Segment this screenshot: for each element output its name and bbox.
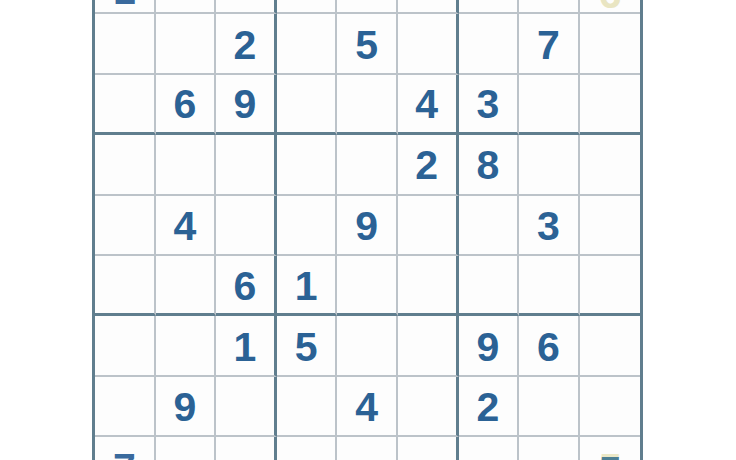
cell-r1c3[interactable] [277, 14, 338, 74]
cell-r3c6[interactable]: 8 [459, 135, 520, 195]
cell-r2c6[interactable]: 3 [459, 75, 520, 135]
cell-r5c4[interactable] [337, 256, 398, 316]
cell-r5c5[interactable] [398, 256, 459, 316]
given-digit: 5 [355, 22, 378, 66]
cell-r2c8[interactable] [580, 75, 641, 135]
cell-r4c1[interactable]: 4 [156, 196, 217, 256]
cell-r4c0[interactable] [95, 196, 156, 256]
cell-r3c1[interactable] [156, 135, 217, 195]
cell-r3c5[interactable]: 2 [398, 135, 459, 195]
cell-r8c8[interactable]: 5 [580, 437, 641, 460]
cell-r5c8[interactable] [580, 256, 641, 316]
cell-r2c1[interactable]: 6 [156, 75, 217, 135]
cell-r2c7[interactable] [519, 75, 580, 135]
cell-r6c8[interactable] [580, 316, 641, 376]
cell-r0c4[interactable] [337, 0, 398, 14]
cell-r6c1[interactable] [156, 316, 217, 376]
cell-r7c8[interactable] [580, 377, 641, 437]
cell-r1c7[interactable]: 7 [519, 14, 580, 74]
cell-r3c3[interactable] [277, 135, 338, 195]
cell-r6c5[interactable] [398, 316, 459, 376]
cell-r8c2[interactable] [216, 437, 277, 460]
cell-r4c3[interactable] [277, 196, 338, 256]
cell-r1c1[interactable] [156, 14, 217, 74]
cell-r6c0[interactable] [95, 316, 156, 376]
cell-r2c2[interactable]: 9 [216, 75, 277, 135]
cropped-digit-remnant: 5 [599, 448, 622, 460]
cell-r5c2[interactable]: 6 [216, 256, 277, 316]
cell-r8c0[interactable]: 7 [95, 437, 156, 460]
cell-r0c0[interactable]: 1 [95, 0, 156, 14]
cell-r7c1[interactable]: 9 [156, 377, 217, 437]
given-digit: 8 [476, 142, 499, 186]
cell-r2c4[interactable] [337, 75, 398, 135]
given-digit: 4 [415, 81, 438, 125]
cell-r8c4[interactable] [337, 437, 398, 460]
cell-r6c6[interactable]: 9 [459, 316, 520, 376]
cell-r4c7[interactable]: 3 [519, 196, 580, 256]
cell-r5c3[interactable]: 1 [277, 256, 338, 316]
cropped-digit-remnant: 1 [113, 0, 136, 11]
cell-r3c7[interactable] [519, 135, 580, 195]
given-digit: 6 [537, 324, 560, 368]
cell-r7c6[interactable]: 2 [459, 377, 520, 437]
cell-r3c0[interactable] [95, 135, 156, 195]
sudoku-board: 1625769432849361159694275 [92, 0, 643, 460]
cell-r6c7[interactable]: 6 [519, 316, 580, 376]
given-digit: 9 [476, 324, 499, 368]
cropped-digit-remnant: 6 [599, 0, 622, 15]
given-digit: 6 [173, 81, 196, 125]
cell-r4c2[interactable] [216, 196, 277, 256]
cell-r0c5[interactable] [398, 0, 459, 14]
given-digit: 6 [234, 263, 257, 307]
cell-r0c2[interactable] [216, 0, 277, 14]
cell-r2c0[interactable] [95, 75, 156, 135]
cell-r8c6[interactable] [459, 437, 520, 460]
cell-r0c8[interactable]: 6 [580, 0, 641, 14]
cell-r1c2[interactable]: 2 [216, 14, 277, 74]
cell-r5c6[interactable] [459, 256, 520, 316]
given-digit: 2 [476, 384, 499, 428]
given-digit: 2 [234, 22, 257, 66]
cell-r7c5[interactable] [398, 377, 459, 437]
cell-r4c5[interactable] [398, 196, 459, 256]
sudoku-screenshot: 1625769432849361159694275 [0, 0, 736, 460]
cropped-digit-remnant: 7 [113, 445, 136, 460]
cell-r7c7[interactable] [519, 377, 580, 437]
given-digit: 1 [295, 263, 318, 307]
cell-r0c7[interactable] [519, 0, 580, 14]
given-digit: 4 [355, 384, 378, 428]
cell-r0c6[interactable] [459, 0, 520, 14]
cell-r6c2[interactable]: 1 [216, 316, 277, 376]
given-digit: 1 [234, 324, 257, 368]
given-digit: 2 [415, 142, 438, 186]
cell-r1c0[interactable] [95, 14, 156, 74]
given-digit: 3 [537, 203, 560, 247]
cell-r2c5[interactable]: 4 [398, 75, 459, 135]
cell-r8c5[interactable] [398, 437, 459, 460]
cell-r4c6[interactable] [459, 196, 520, 256]
cell-r3c8[interactable] [580, 135, 641, 195]
cell-r0c3[interactable] [277, 0, 338, 14]
cell-r5c7[interactable] [519, 256, 580, 316]
given-digit: 3 [476, 81, 499, 125]
given-digit: 7 [537, 22, 560, 66]
cell-r3c2[interactable] [216, 135, 277, 195]
cell-r8c7[interactable] [519, 437, 580, 460]
cell-r4c8[interactable] [580, 196, 641, 256]
given-digit: 9 [355, 203, 378, 247]
cell-r7c0[interactable] [95, 377, 156, 437]
cell-r5c1[interactable] [156, 256, 217, 316]
given-digit: 9 [234, 81, 257, 125]
cell-r6c4[interactable] [337, 316, 398, 376]
cell-r7c4[interactable]: 4 [337, 377, 398, 437]
cell-r3c4[interactable] [337, 135, 398, 195]
cell-r2c3[interactable] [277, 75, 338, 135]
cell-r7c2[interactable] [216, 377, 277, 437]
cell-r8c3[interactable] [277, 437, 338, 460]
given-digit: 9 [173, 384, 196, 428]
cell-r0c1[interactable] [156, 0, 217, 14]
cell-r1c8[interactable] [580, 14, 641, 74]
cell-r4c4[interactable]: 9 [337, 196, 398, 256]
cell-r1c6[interactable] [459, 14, 520, 74]
cell-r7c3[interactable] [277, 377, 338, 437]
given-digit: 4 [173, 203, 196, 247]
given-digit: 5 [295, 324, 318, 368]
cell-r1c5[interactable] [398, 14, 459, 74]
cell-r1c4[interactable]: 5 [337, 14, 398, 74]
cell-r8c1[interactable] [156, 437, 217, 460]
cell-r6c3[interactable]: 5 [277, 316, 338, 376]
cell-r5c0[interactable] [95, 256, 156, 316]
